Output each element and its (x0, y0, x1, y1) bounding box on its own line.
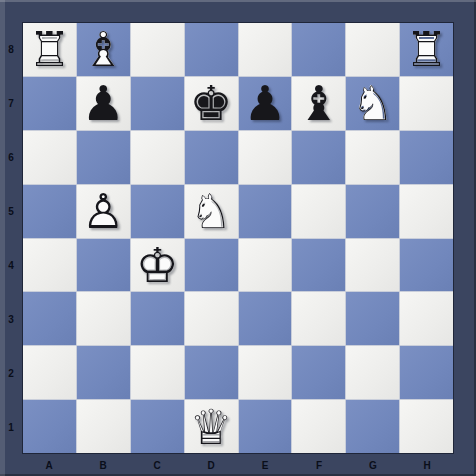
piece-black-pawn[interactable]: ♟ (239, 77, 292, 130)
square-a6[interactable] (23, 131, 76, 184)
square-c8[interactable] (131, 23, 184, 76)
square-a2[interactable] (23, 346, 76, 399)
square-g1[interactable] (346, 400, 399, 453)
piece-black-king[interactable]: ♚ (185, 77, 238, 130)
rank-label-7: 7 (0, 76, 22, 130)
square-d4[interactable] (185, 239, 238, 292)
square-d3[interactable] (185, 292, 238, 345)
square-e8[interactable] (239, 23, 292, 76)
square-b4[interactable] (77, 239, 130, 292)
square-g3[interactable] (346, 292, 399, 345)
square-e7[interactable]: ♟ (239, 77, 292, 130)
rank-label-2: 2 (0, 346, 22, 400)
knight-glyph-outline: ♘ (185, 185, 238, 238)
queen-glyph-outline: ♕ (185, 400, 238, 453)
bishop-glyph-outline: ♗ (77, 23, 130, 76)
square-h7[interactable] (400, 77, 453, 130)
square-f5[interactable] (292, 185, 345, 238)
square-b1[interactable] (77, 400, 130, 453)
pawn-glyph: ♟ (77, 77, 130, 130)
file-label-b: B (76, 454, 130, 476)
rank-label-3: 3 (0, 292, 22, 346)
square-h2[interactable] (400, 346, 453, 399)
square-h8[interactable]: ♜♖ (400, 23, 453, 76)
square-f7[interactable]: ♝ (292, 77, 345, 130)
square-d7[interactable]: ♚ (185, 77, 238, 130)
square-h1[interactable] (400, 400, 453, 453)
square-a5[interactable] (23, 185, 76, 238)
square-g6[interactable] (346, 131, 399, 184)
file-label-g: G (346, 454, 400, 476)
chess-diagram-frame: 87654321 ABCDEFGH ♜♖♝♗♜♖♟♚♟♝♞♘♟♙♞♘♚♔♛♕ (0, 0, 476, 476)
square-g4[interactable] (346, 239, 399, 292)
square-e3[interactable] (239, 292, 292, 345)
square-e5[interactable] (239, 185, 292, 238)
square-f4[interactable] (292, 239, 345, 292)
piece-white-rook[interactable]: ♜♖ (23, 23, 76, 76)
square-g5[interactable] (346, 185, 399, 238)
file-label-e: E (238, 454, 292, 476)
square-c1[interactable] (131, 400, 184, 453)
piece-white-queen[interactable]: ♛♕ (185, 400, 238, 453)
file-label-c: C (130, 454, 184, 476)
square-a7[interactable] (23, 77, 76, 130)
square-g8[interactable] (346, 23, 399, 76)
square-a1[interactable] (23, 400, 76, 453)
rank-label-4: 4 (0, 238, 22, 292)
square-h6[interactable] (400, 131, 453, 184)
square-c7[interactable] (131, 77, 184, 130)
square-h3[interactable] (400, 292, 453, 345)
square-e4[interactable] (239, 239, 292, 292)
king-glyph: ♚ (185, 77, 238, 130)
piece-black-pawn[interactable]: ♟ (77, 77, 130, 130)
bishop-glyph: ♝ (292, 77, 345, 130)
square-c5[interactable] (131, 185, 184, 238)
rank-label-1: 1 (0, 400, 22, 454)
piece-white-bishop[interactable]: ♝♗ (77, 23, 130, 76)
square-f3[interactable] (292, 292, 345, 345)
square-b3[interactable] (77, 292, 130, 345)
square-a4[interactable] (23, 239, 76, 292)
file-labels: ABCDEFGH (22, 454, 454, 476)
square-h5[interactable] (400, 185, 453, 238)
rank-label-5: 5 (0, 184, 22, 238)
square-e6[interactable] (239, 131, 292, 184)
square-e1[interactable] (239, 400, 292, 453)
square-b2[interactable] (77, 346, 130, 399)
square-h4[interactable] (400, 239, 453, 292)
file-label-h: H (400, 454, 454, 476)
rook-glyph-outline: ♖ (23, 23, 76, 76)
square-b8[interactable]: ♝♗ (77, 23, 130, 76)
file-label-a: A (22, 454, 76, 476)
square-c4[interactable]: ♚♔ (131, 239, 184, 292)
chess-board: ♜♖♝♗♜♖♟♚♟♝♞♘♟♙♞♘♚♔♛♕ (22, 22, 454, 454)
knight-glyph-outline: ♘ (346, 77, 399, 130)
square-d2[interactable] (185, 346, 238, 399)
square-f2[interactable] (292, 346, 345, 399)
rank-labels: 87654321 (0, 22, 22, 454)
square-g2[interactable] (346, 346, 399, 399)
square-a3[interactable] (23, 292, 76, 345)
piece-black-bishop[interactable]: ♝ (292, 77, 345, 130)
square-d8[interactable] (185, 23, 238, 76)
rank-label-6: 6 (0, 130, 22, 184)
piece-white-king[interactable]: ♚♔ (131, 239, 184, 292)
square-c3[interactable] (131, 292, 184, 345)
piece-white-knight[interactable]: ♞♘ (346, 77, 399, 130)
square-a8[interactable]: ♜♖ (23, 23, 76, 76)
square-b6[interactable] (77, 131, 130, 184)
square-e2[interactable] (239, 346, 292, 399)
rook-glyph-outline: ♖ (400, 23, 453, 76)
square-d5[interactable]: ♞♘ (185, 185, 238, 238)
square-c6[interactable] (131, 131, 184, 184)
file-label-d: D (184, 454, 238, 476)
pawn-glyph-outline: ♙ (77, 185, 130, 238)
square-b5[interactable]: ♟♙ (77, 185, 130, 238)
square-f1[interactable] (292, 400, 345, 453)
pawn-glyph: ♟ (239, 77, 292, 130)
square-b7[interactable]: ♟ (77, 77, 130, 130)
square-g7[interactable]: ♞♘ (346, 77, 399, 130)
rank-label-8: 8 (0, 22, 22, 76)
piece-white-rook[interactable]: ♜♖ (400, 23, 453, 76)
square-f6[interactable] (292, 131, 345, 184)
piece-white-pawn[interactable]: ♟♙ (77, 185, 130, 238)
file-label-f: F (292, 454, 346, 476)
square-f8[interactable] (292, 23, 345, 76)
square-d1[interactable]: ♛♕ (185, 400, 238, 453)
piece-white-knight[interactable]: ♞♘ (185, 185, 238, 238)
king-glyph-outline: ♔ (131, 239, 184, 292)
square-c2[interactable] (131, 346, 184, 399)
square-d6[interactable] (185, 131, 238, 184)
